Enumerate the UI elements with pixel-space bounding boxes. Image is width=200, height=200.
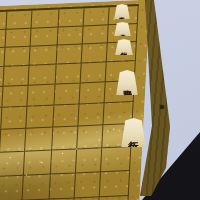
grid-cell xyxy=(6,11,32,30)
grid-cell xyxy=(77,125,103,149)
grid-cell xyxy=(101,147,131,172)
grid-cell xyxy=(24,150,52,175)
grid-cell xyxy=(82,43,108,63)
grid-cell xyxy=(48,198,74,200)
grid-cell xyxy=(50,173,76,199)
grid-cell xyxy=(31,9,59,28)
grid-cell xyxy=(83,25,109,44)
grid-cell xyxy=(57,44,83,64)
grid-cell xyxy=(30,45,58,65)
grid-cell xyxy=(26,105,54,128)
grid-cell xyxy=(5,29,31,48)
wood-knot xyxy=(160,105,164,109)
grid-cell xyxy=(53,104,79,127)
grid-cell xyxy=(27,84,55,106)
grid-cell xyxy=(76,148,102,173)
grid-cell xyxy=(22,174,50,200)
grid-cell xyxy=(78,103,104,126)
grid-cell xyxy=(52,126,78,150)
grid-cell xyxy=(2,86,28,108)
grid-cell xyxy=(54,83,80,105)
grid-cell xyxy=(73,197,99,200)
grid-cell xyxy=(51,149,77,174)
grid-cell xyxy=(84,7,110,26)
grid-cell xyxy=(29,64,57,85)
grid-cell xyxy=(58,26,84,45)
grid-cell xyxy=(56,63,82,84)
grid-cell xyxy=(1,107,27,130)
grid-cell xyxy=(0,152,25,177)
grid-cell xyxy=(5,47,31,67)
grid-cell xyxy=(3,66,29,87)
grid-cell xyxy=(100,171,130,197)
shogi-board-photo: 香車 金将 銀将 飛車 角行 xyxy=(0,0,200,200)
grid-cell xyxy=(31,27,59,46)
grid-cell xyxy=(21,199,49,200)
grid-cell xyxy=(98,196,128,200)
grid-cell xyxy=(80,82,106,104)
grid-cell xyxy=(25,127,53,151)
grid-cell xyxy=(0,176,24,200)
grid-cell xyxy=(59,8,85,27)
grid-cell xyxy=(0,129,26,153)
grid-cell xyxy=(75,172,101,198)
grid-cell xyxy=(81,62,107,83)
